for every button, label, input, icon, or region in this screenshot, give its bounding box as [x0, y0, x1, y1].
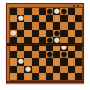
- square-r1c3[interactable]: ●: [32, 15, 39, 22]
- square-r8c2[interactable]: ●: [24, 66, 31, 73]
- square-r2c4[interactable]: [39, 22, 46, 29]
- square-r3c7[interactable]: [60, 30, 67, 37]
- square-r9c1[interactable]: [17, 73, 24, 80]
- black-piece[interactable]: ●: [32, 15, 39, 22]
- square-r3c4[interactable]: [39, 30, 46, 37]
- square-r0c7[interactable]: ●: [60, 8, 67, 15]
- black-piece[interactable]: ●: [17, 30, 24, 37]
- square-r3c3[interactable]: [32, 30, 39, 37]
- square-r1c4[interactable]: [39, 15, 46, 22]
- square-r0c8[interactable]: [68, 8, 75, 15]
- square-r8c7[interactable]: [60, 66, 67, 73]
- square-r9c4[interactable]: [39, 73, 46, 80]
- square-r1c7[interactable]: [60, 15, 67, 22]
- square-r2c7[interactable]: [60, 22, 67, 29]
- square-r8c1[interactable]: [17, 66, 24, 73]
- square-r6c3[interactable]: [32, 51, 39, 58]
- square-r8c8[interactable]: [68, 66, 75, 73]
- square-r7c0[interactable]: [10, 58, 17, 65]
- square-r9c8[interactable]: [68, 73, 75, 80]
- square-r0c0[interactable]: [10, 8, 17, 15]
- square-r6c9[interactable]: [75, 51, 82, 58]
- black-piece[interactable]: ●: [32, 73, 39, 80]
- square-r1c8[interactable]: [68, 15, 75, 22]
- black-piece[interactable]: ●: [53, 51, 60, 58]
- square-r6c2[interactable]: [24, 51, 31, 58]
- board-shadow: [6, 83, 84, 85]
- square-r7c7[interactable]: [60, 58, 67, 65]
- square-r0c5[interactable]: ●: [46, 8, 53, 15]
- square-r3c8[interactable]: [68, 30, 75, 37]
- square-r9c7[interactable]: [60, 73, 67, 80]
- square-r3c1[interactable]: ●: [17, 30, 24, 37]
- square-r1c1[interactable]: ●: [17, 15, 24, 22]
- square-r3c0[interactable]: ●: [10, 30, 17, 37]
- square-r9c0[interactable]: [10, 73, 17, 80]
- square-r2c3[interactable]: [32, 22, 39, 29]
- checkers-board: ●●●●●●●●●●●●●●●●●: [6, 3, 84, 83]
- hinge-pin-icon: [77, 5, 79, 7]
- square-r9c9[interactable]: [75, 73, 82, 80]
- square-r7c4[interactable]: [39, 58, 46, 65]
- white-piece[interactable]: ●: [53, 8, 60, 15]
- square-r7c6[interactable]: [53, 58, 60, 65]
- square-r7c9[interactable]: [75, 58, 82, 65]
- square-r8c5[interactable]: [46, 66, 53, 73]
- square-r0c4[interactable]: [39, 8, 46, 15]
- hinge-band: [7, 43, 83, 46]
- square-r3c9[interactable]: [75, 30, 82, 37]
- black-piece[interactable]: ●: [60, 51, 67, 58]
- white-piece[interactable]: ●: [24, 66, 31, 73]
- square-r7c3[interactable]: [32, 58, 39, 65]
- square-r7c8[interactable]: [68, 58, 75, 65]
- square-r2c2[interactable]: [24, 22, 31, 29]
- square-r2c8[interactable]: [68, 22, 75, 29]
- white-piece[interactable]: ●: [17, 15, 24, 22]
- square-r1c0[interactable]: [10, 15, 17, 22]
- hinge-pin-icon: [73, 5, 75, 7]
- square-r8c9[interactable]: [75, 66, 82, 73]
- square-r0c9[interactable]: [75, 8, 82, 15]
- square-r1c6[interactable]: [53, 15, 60, 22]
- square-r2c9[interactable]: [75, 22, 82, 29]
- white-piece[interactable]: ●: [10, 30, 17, 37]
- square-r9c3[interactable]: ●: [32, 73, 39, 80]
- square-r6c0[interactable]: [10, 51, 17, 58]
- square-r6c7[interactable]: ●: [60, 51, 67, 58]
- square-r6c4[interactable]: [39, 51, 46, 58]
- black-piece[interactable]: ●: [46, 51, 53, 58]
- square-r3c2[interactable]: [24, 30, 31, 37]
- square-r9c5[interactable]: [46, 73, 53, 80]
- square-r8c6[interactable]: [53, 66, 60, 73]
- square-r6c6[interactable]: ●: [53, 51, 60, 58]
- square-r7c1[interactable]: ●: [17, 58, 24, 65]
- black-piece[interactable]: ●: [60, 8, 67, 15]
- square-r1c9[interactable]: [75, 15, 82, 22]
- black-piece[interactable]: ●: [46, 8, 53, 15]
- square-r6c8[interactable]: [68, 51, 75, 58]
- square-r9c2[interactable]: [24, 73, 31, 80]
- square-r1c5[interactable]: [46, 15, 53, 22]
- square-r0c6[interactable]: ●: [53, 8, 60, 15]
- square-r9c6[interactable]: [53, 73, 60, 80]
- white-piece[interactable]: ●: [17, 58, 24, 65]
- square-r7c5[interactable]: [46, 58, 53, 65]
- square-r6c5[interactable]: ●: [46, 51, 53, 58]
- square-r2c5[interactable]: [46, 22, 53, 29]
- square-r8c0[interactable]: [10, 66, 17, 73]
- square-r8c4[interactable]: [39, 66, 46, 73]
- square-r0c2[interactable]: [24, 8, 31, 15]
- square-r1c2[interactable]: [24, 15, 31, 22]
